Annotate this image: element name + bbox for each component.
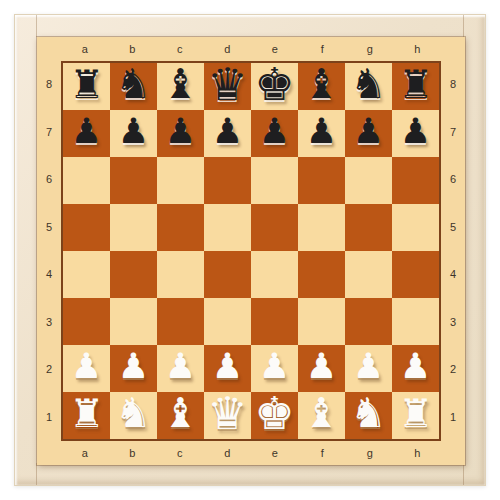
square-h5[interactable] — [392, 204, 439, 251]
square-f2[interactable]: ♟ — [298, 345, 345, 392]
square-b6[interactable] — [110, 157, 157, 204]
file-label-c: c — [156, 37, 204, 61]
square-f4[interactable] — [298, 251, 345, 298]
square-d1[interactable]: ♛ — [204, 392, 251, 439]
square-c7[interactable]: ♟ — [157, 110, 204, 157]
square-h3[interactable] — [392, 298, 439, 345]
square-g1[interactable]: ♞ — [345, 392, 392, 439]
square-d6[interactable] — [204, 157, 251, 204]
piece-black-knight[interactable]: ♞ — [115, 64, 152, 105]
file-label-a: a — [61, 37, 109, 61]
file-labels-bottom: abcdefgh — [61, 441, 441, 465]
rank-label-3: 3 — [37, 299, 61, 347]
rank-labels-left: 87654321 — [37, 61, 61, 441]
square-g4[interactable] — [345, 251, 392, 298]
file-label-h: h — [394, 37, 442, 61]
chess-board: ♜♞♝♛♚♝♞♜♟♟♟♟♟♟♟♟♟♟♟♟♟♟♟♟♜♞♝♛♚♝♞♜ — [61, 61, 441, 441]
square-h4[interactable] — [392, 251, 439, 298]
frame-joint — [463, 15, 464, 37]
square-d4[interactable] — [204, 251, 251, 298]
piece-white-pawn[interactable]: ♟ — [212, 349, 243, 384]
square-b7[interactable]: ♟ — [110, 110, 157, 157]
file-label-b: b — [109, 37, 157, 61]
square-a6[interactable] — [63, 157, 110, 204]
square-f5[interactable] — [298, 204, 345, 251]
piece-white-pawn[interactable]: ♟ — [400, 349, 431, 384]
square-g2[interactable]: ♟ — [345, 345, 392, 392]
square-f7[interactable]: ♟ — [298, 110, 345, 157]
file-label-f: f — [299, 37, 347, 61]
piece-black-queen[interactable]: ♛ — [207, 62, 247, 107]
file-label-g: g — [346, 441, 394, 465]
rank-label-5: 5 — [37, 204, 61, 252]
square-c3[interactable] — [157, 298, 204, 345]
square-a1[interactable]: ♜ — [63, 392, 110, 439]
square-a3[interactable] — [63, 298, 110, 345]
piece-black-pawn[interactable]: ♟ — [306, 114, 337, 149]
wooden-frame: abcdefgh abcdefgh 87654321 87654321 ♜♞♝♛… — [14, 14, 486, 486]
square-c4[interactable] — [157, 251, 204, 298]
rank-label-1: 1 — [37, 394, 61, 442]
square-e1[interactable]: ♚ — [251, 392, 298, 439]
square-a8[interactable]: ♜ — [63, 63, 110, 110]
piece-white-rook[interactable]: ♜ — [69, 394, 104, 433]
square-e5[interactable] — [251, 204, 298, 251]
piece-white-king[interactable]: ♚ — [254, 391, 294, 436]
square-e6[interactable] — [251, 157, 298, 204]
square-g8[interactable]: ♞ — [345, 63, 392, 110]
square-b1[interactable]: ♞ — [110, 392, 157, 439]
square-g7[interactable]: ♟ — [345, 110, 392, 157]
file-label-c: c — [156, 441, 204, 465]
piece-black-rook[interactable]: ♜ — [69, 65, 104, 104]
square-h7[interactable]: ♟ — [392, 110, 439, 157]
piece-black-pawn[interactable]: ♟ — [353, 114, 384, 149]
piece-black-rook[interactable]: ♜ — [398, 65, 433, 104]
square-d8[interactable]: ♛ — [204, 63, 251, 110]
rank-label-7: 7 — [441, 109, 465, 157]
square-d2[interactable]: ♟ — [204, 345, 251, 392]
square-e4[interactable] — [251, 251, 298, 298]
frame-joint — [36, 463, 37, 485]
rank-label-6: 6 — [441, 156, 465, 204]
piece-white-bishop[interactable]: ♝ — [162, 393, 199, 434]
square-e3[interactable] — [251, 298, 298, 345]
square-c8[interactable]: ♝ — [157, 63, 204, 110]
square-f1[interactable]: ♝ — [298, 392, 345, 439]
square-c2[interactable]: ♟ — [157, 345, 204, 392]
frame-joint — [463, 463, 464, 485]
square-b4[interactable] — [110, 251, 157, 298]
square-a4[interactable] — [63, 251, 110, 298]
rank-label-6: 6 — [37, 156, 61, 204]
file-label-f: f — [299, 441, 347, 465]
file-label-a: a — [61, 441, 109, 465]
square-b8[interactable]: ♞ — [110, 63, 157, 110]
square-a5[interactable] — [63, 204, 110, 251]
board-surface: abcdefgh abcdefgh 87654321 87654321 ♜♞♝♛… — [37, 37, 465, 465]
file-label-h: h — [394, 441, 442, 465]
piece-white-rook[interactable]: ♜ — [398, 394, 433, 433]
square-h1[interactable]: ♜ — [392, 392, 439, 439]
square-e8[interactable]: ♚ — [251, 63, 298, 110]
frame-joint — [36, 15, 37, 37]
piece-black-bishop[interactable]: ♝ — [162, 64, 199, 105]
square-b3[interactable] — [110, 298, 157, 345]
piece-white-pawn[interactable]: ♟ — [118, 349, 149, 384]
rank-label-3: 3 — [441, 299, 465, 347]
square-h2[interactable]: ♟ — [392, 345, 439, 392]
square-c6[interactable] — [157, 157, 204, 204]
square-g6[interactable] — [345, 157, 392, 204]
square-e7[interactable]: ♟ — [251, 110, 298, 157]
product-photo: abcdefgh abcdefgh 87654321 87654321 ♜♞♝♛… — [0, 0, 500, 500]
square-a7[interactable]: ♟ — [63, 110, 110, 157]
piece-black-pawn[interactable]: ♟ — [400, 114, 431, 149]
square-f3[interactable] — [298, 298, 345, 345]
square-a2[interactable]: ♟ — [63, 345, 110, 392]
square-f6[interactable] — [298, 157, 345, 204]
square-h8[interactable]: ♜ — [392, 63, 439, 110]
piece-black-pawn[interactable]: ♟ — [71, 114, 102, 149]
rank-label-7: 7 — [37, 109, 61, 157]
rank-labels-right: 87654321 — [441, 61, 465, 441]
rank-label-4: 4 — [441, 251, 465, 299]
square-e2[interactable]: ♟ — [251, 345, 298, 392]
piece-black-pawn[interactable]: ♟ — [118, 114, 149, 149]
file-label-d: d — [204, 441, 252, 465]
rank-label-4: 4 — [37, 251, 61, 299]
rank-label-2: 2 — [37, 346, 61, 394]
piece-black-pawn[interactable]: ♟ — [212, 114, 243, 149]
piece-black-bishop[interactable]: ♝ — [303, 64, 340, 105]
file-labels-top: abcdefgh — [61, 37, 441, 61]
rank-label-2: 2 — [441, 346, 465, 394]
square-f8[interactable]: ♝ — [298, 63, 345, 110]
square-g3[interactable] — [345, 298, 392, 345]
file-label-e: e — [251, 441, 299, 465]
square-b5[interactable] — [110, 204, 157, 251]
square-d7[interactable]: ♟ — [204, 110, 251, 157]
rank-label-8: 8 — [37, 61, 61, 109]
piece-white-pawn[interactable]: ♟ — [306, 349, 337, 384]
piece-white-knight[interactable]: ♞ — [350, 393, 387, 434]
piece-black-pawn[interactable]: ♟ — [259, 114, 290, 149]
square-c5[interactable] — [157, 204, 204, 251]
piece-black-pawn[interactable]: ♟ — [165, 114, 196, 149]
piece-white-pawn[interactable]: ♟ — [353, 349, 384, 384]
square-c1[interactable]: ♝ — [157, 392, 204, 439]
piece-white-pawn[interactable]: ♟ — [259, 349, 290, 384]
piece-black-knight[interactable]: ♞ — [350, 64, 387, 105]
piece-black-king[interactable]: ♚ — [254, 62, 294, 107]
square-b2[interactable]: ♟ — [110, 345, 157, 392]
piece-white-queen[interactable]: ♛ — [207, 391, 247, 436]
square-d5[interactable] — [204, 204, 251, 251]
piece-white-pawn[interactable]: ♟ — [71, 349, 102, 384]
file-label-b: b — [109, 441, 157, 465]
rank-label-1: 1 — [441, 394, 465, 442]
piece-white-bishop[interactable]: ♝ — [303, 393, 340, 434]
file-label-g: g — [346, 37, 394, 61]
square-h6[interactable] — [392, 157, 439, 204]
rank-label-8: 8 — [441, 61, 465, 109]
piece-white-knight[interactable]: ♞ — [115, 393, 152, 434]
square-g5[interactable] — [345, 204, 392, 251]
piece-white-pawn[interactable]: ♟ — [165, 349, 196, 384]
square-d3[interactable] — [204, 298, 251, 345]
rank-label-5: 5 — [441, 204, 465, 252]
